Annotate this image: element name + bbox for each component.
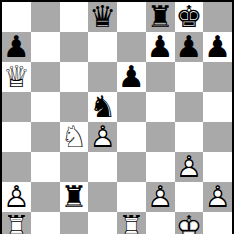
square-c1[interactable] [60, 212, 89, 234]
piece-black-king: ♚ [175, 2, 202, 32]
square-h7[interactable]: ♟ [203, 32, 232, 62]
chess-board: ♛♜♚♟♟♟♟♛♕♟♞♞♘♟♙♟♙♟♙♜♟♙♟♙♜♖♜♖♚♔ [0, 0, 234, 234]
piece-black-queen: ♛ [89, 2, 116, 32]
square-h8[interactable] [203, 2, 232, 32]
square-a2[interactable]: ♟♙ [2, 182, 31, 212]
square-e4[interactable] [117, 122, 146, 152]
piece-black-pawn: ♟ [175, 32, 202, 62]
square-b3[interactable] [31, 152, 60, 182]
piece-black-knight: ♞ [89, 92, 116, 122]
square-f4[interactable] [146, 122, 175, 152]
piece-black-rook: ♜ [60, 182, 87, 212]
square-d8[interactable]: ♛ [88, 2, 117, 32]
square-a7[interactable]: ♟ [2, 32, 31, 62]
square-f1[interactable] [146, 212, 175, 234]
piece-glyph-outline: ♘ [60, 119, 87, 154]
square-b2[interactable] [31, 182, 60, 212]
square-f8[interactable]: ♜ [146, 2, 175, 32]
square-c4[interactable]: ♞♘ [60, 122, 89, 152]
piece-glyph-outline: ♙ [89, 119, 116, 154]
piece-white-pawn: ♟♙ [175, 152, 202, 182]
square-d4[interactable]: ♟♙ [88, 122, 117, 152]
square-g5[interactable] [175, 92, 204, 122]
square-f7[interactable]: ♟ [146, 32, 175, 62]
square-b6[interactable] [31, 62, 60, 92]
square-e5[interactable] [117, 92, 146, 122]
piece-white-pawn: ♟♙ [3, 182, 30, 212]
square-g7[interactable]: ♟ [175, 32, 204, 62]
square-g6[interactable] [175, 62, 204, 92]
square-e6[interactable]: ♟ [117, 62, 146, 92]
square-h5[interactable] [203, 92, 232, 122]
square-h1[interactable] [203, 212, 232, 234]
square-e1[interactable]: ♜♖ [117, 212, 146, 234]
square-a6[interactable]: ♛♕ [2, 62, 31, 92]
piece-glyph-outline: ♙ [147, 179, 174, 214]
piece-white-queen: ♛♕ [3, 62, 30, 92]
square-f6[interactable] [146, 62, 175, 92]
square-e7[interactable] [117, 32, 146, 62]
square-h3[interactable] [203, 152, 232, 182]
square-a3[interactable] [2, 152, 31, 182]
piece-white-pawn: ♟♙ [89, 122, 116, 152]
piece-glyph-outline: ♖ [118, 209, 145, 234]
piece-black-rook: ♜ [147, 2, 174, 32]
square-d2[interactable] [88, 182, 117, 212]
square-b5[interactable] [31, 92, 60, 122]
piece-white-rook: ♜♖ [3, 212, 30, 234]
square-f2[interactable]: ♟♙ [146, 182, 175, 212]
piece-white-pawn: ♟♙ [147, 182, 174, 212]
square-a1[interactable]: ♜♖ [2, 212, 31, 234]
square-g8[interactable]: ♚ [175, 2, 204, 32]
piece-white-knight: ♞♘ [60, 122, 87, 152]
piece-black-pawn: ♟ [118, 62, 145, 92]
square-h4[interactable] [203, 122, 232, 152]
square-c3[interactable] [60, 152, 89, 182]
square-g3[interactable]: ♟♙ [175, 152, 204, 182]
square-f3[interactable] [146, 152, 175, 182]
piece-black-pawn: ♟ [147, 32, 174, 62]
square-d6[interactable] [88, 62, 117, 92]
piece-black-pawn: ♟ [3, 32, 30, 62]
square-d3[interactable] [88, 152, 117, 182]
square-e8[interactable] [117, 2, 146, 32]
square-b7[interactable] [31, 32, 60, 62]
square-c2[interactable]: ♜ [60, 182, 89, 212]
square-h2[interactable]: ♟♙ [203, 182, 232, 212]
piece-glyph-outline: ♕ [3, 59, 30, 94]
piece-white-king: ♚♔ [175, 212, 202, 234]
square-d7[interactable] [88, 32, 117, 62]
square-a5[interactable] [2, 92, 31, 122]
piece-glyph-outline: ♖ [3, 209, 30, 234]
piece-black-pawn: ♟ [204, 32, 231, 62]
square-a8[interactable] [2, 2, 31, 32]
square-b8[interactable] [31, 2, 60, 32]
square-c7[interactable] [60, 32, 89, 62]
piece-white-rook: ♜♖ [118, 212, 145, 234]
square-g4[interactable] [175, 122, 204, 152]
piece-white-pawn: ♟♙ [204, 182, 231, 212]
square-b4[interactable] [31, 122, 60, 152]
square-d5[interactable]: ♞ [88, 92, 117, 122]
square-d1[interactable] [88, 212, 117, 234]
square-a4[interactable] [2, 122, 31, 152]
square-g2[interactable] [175, 182, 204, 212]
square-c8[interactable] [60, 2, 89, 32]
square-e3[interactable] [117, 152, 146, 182]
piece-glyph-outline: ♔ [175, 209, 202, 234]
square-e2[interactable] [117, 182, 146, 212]
piece-glyph-outline: ♙ [175, 149, 202, 184]
square-c5[interactable] [60, 92, 89, 122]
square-g1[interactable]: ♚♔ [175, 212, 204, 234]
square-h6[interactable] [203, 62, 232, 92]
square-f5[interactable] [146, 92, 175, 122]
square-b1[interactable] [31, 212, 60, 234]
square-c6[interactable] [60, 62, 89, 92]
piece-glyph-outline: ♙ [204, 179, 231, 214]
